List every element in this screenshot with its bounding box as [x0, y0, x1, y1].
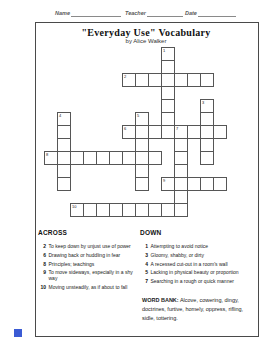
grid-cell[interactable]: 9: [161, 177, 175, 191]
grid-cell[interactable]: [135, 73, 149, 87]
grid-cell[interactable]: [174, 138, 188, 152]
clue-item-number: 1: [140, 244, 148, 249]
clue-item-text: Gloomy, shabby, or dirty: [151, 253, 204, 258]
clue-item: 9To move sideways, especially in a shy w…: [38, 270, 138, 281]
grid-cell[interactable]: [174, 164, 188, 178]
clue-item-number: 7: [140, 279, 148, 284]
worksheet-page: { "game": "crossword", "header": { "name…: [0, 0, 270, 350]
grid-cell[interactable]: [135, 138, 149, 152]
crossword-grid: 12345678910: [44, 47, 226, 216]
grid-cell[interactable]: [148, 203, 162, 217]
grid-cell[interactable]: [109, 151, 123, 165]
grid-cell[interactable]: [96, 151, 110, 165]
clue-item: 7Searching in a rough or quick manner: [140, 279, 256, 284]
clue-number: 2: [124, 74, 126, 79]
grid-cell[interactable]: [213, 177, 227, 191]
clue-item: 10Moving unsteadily, as if about to fall: [38, 285, 138, 290]
grid-cell[interactable]: [148, 73, 162, 87]
clue-item-text: A recessed cut-out in a room's wall: [151, 262, 228, 267]
grid-cell[interactable]: [135, 151, 149, 165]
clue-number: 4: [59, 113, 61, 118]
grid-cell[interactable]: [200, 177, 214, 191]
clue-item-number: 3: [140, 253, 148, 258]
grid-cell[interactable]: [187, 73, 201, 87]
grid-cell[interactable]: [57, 177, 71, 191]
grid-cell[interactable]: 10: [70, 203, 84, 217]
name-blank: Name: [55, 10, 121, 17]
grid-cell[interactable]: [135, 125, 149, 139]
date-blank: Date: [185, 10, 236, 17]
grid-cell[interactable]: [161, 125, 175, 139]
grid-cell[interactable]: [200, 138, 214, 152]
grid-cell[interactable]: [161, 203, 175, 217]
word-bank: WORD BANK: Alcove, cowering, dingy, doct…: [142, 296, 254, 323]
grid-cell[interactable]: [57, 164, 71, 178]
clue-number: 9: [163, 178, 165, 183]
teacher-label: Teacher: [125, 10, 146, 17]
grid-cell[interactable]: [200, 112, 214, 126]
grid-cell[interactable]: [200, 151, 214, 165]
clue-item: 1Attempting to avoid notice: [140, 244, 256, 249]
across-clue-list: 2To keep down by unjust use of power6Dra…: [38, 244, 138, 290]
clue-item: 2To keep down by unjust use of power: [38, 244, 138, 249]
clue-item-number: 2: [38, 244, 46, 249]
grid-cell[interactable]: [187, 125, 201, 139]
grid-cell[interactable]: [174, 190, 188, 204]
grid-cell[interactable]: [187, 177, 201, 191]
clue-item-text: Searching in a rough or quick manner: [151, 279, 234, 284]
grid-cell[interactable]: [148, 151, 162, 165]
clue-number: 1: [163, 48, 165, 53]
clue-item-number: 9: [38, 270, 46, 281]
grid-cell[interactable]: 1: [161, 47, 175, 61]
clue-item-text: Attempting to avoid notice: [151, 244, 209, 249]
grid-cell[interactable]: [174, 73, 188, 87]
clue-item-text: To move sideways, especially in a shy wa…: [49, 270, 139, 281]
grid-cell[interactable]: [70, 151, 84, 165]
down-clue-list: 1Attempting to avoid notice3Gloomy, shab…: [140, 244, 256, 285]
clue-item: 6Drawing back or huddling in fear: [38, 253, 138, 258]
grid-cell[interactable]: [122, 203, 136, 217]
clue-item: 4A recessed cut-out in a room's wall: [140, 262, 256, 267]
grid-cell[interactable]: [57, 125, 71, 139]
grid-cell[interactable]: [135, 203, 149, 217]
grid-cell[interactable]: [122, 151, 136, 165]
name-line[interactable]: [71, 10, 121, 17]
grid-cell[interactable]: [161, 73, 175, 87]
page-subtitle: by Alice Walker: [35, 38, 257, 44]
grid-cell[interactable]: [174, 151, 188, 165]
clue-number: 8: [46, 152, 48, 157]
clue-item-text: Lacking in physical beauty or proportion: [151, 270, 239, 275]
clue-number: 3: [202, 100, 204, 105]
down-header: DOWN: [140, 229, 256, 236]
grid-cell[interactable]: [148, 125, 162, 139]
clue-item-number: 6: [38, 253, 46, 258]
clue-item-number: 8: [38, 262, 46, 267]
teacher-line[interactable]: [147, 10, 183, 17]
grid-cell[interactable]: 8: [44, 151, 58, 165]
grid-cell[interactable]: 5: [135, 112, 149, 126]
grid-cell[interactable]: [83, 151, 97, 165]
clue-item: 8Principles; teachings: [38, 262, 138, 267]
clue-item-text: Principles; teachings: [49, 262, 95, 267]
grid-cell[interactable]: [135, 177, 149, 191]
clue-number: 5: [137, 113, 139, 118]
clue-number: 6: [124, 126, 126, 131]
name-label: Name: [55, 10, 70, 17]
grid-cell[interactable]: 2: [122, 73, 136, 87]
clue-item-number: 5: [140, 270, 148, 275]
clue-number: 7: [176, 126, 178, 131]
clue-item-text: Moving unsteadily, as if about to fall: [49, 285, 128, 290]
clue-item-text: To keep down by unjust use of power: [49, 244, 131, 249]
date-line[interactable]: [198, 10, 236, 17]
clue-item: 5Lacking in physical beauty or proportio…: [140, 270, 256, 275]
down-section: DOWN 1Attempting to avoid notice3Gloomy,…: [140, 229, 256, 288]
grid-cell[interactable]: 4: [57, 112, 71, 126]
grid-cell[interactable]: [174, 203, 188, 217]
clue-item-number: 10: [38, 285, 46, 290]
grid-cell[interactable]: [161, 86, 175, 100]
grid-cell[interactable]: [200, 125, 214, 139]
teacher-blank: Teacher: [125, 10, 183, 17]
across-header: ACROSS: [38, 229, 138, 236]
date-label: Date: [185, 10, 197, 17]
grid-cell[interactable]: [200, 73, 214, 87]
clue-item: 3Gloomy, shabby, or dirty: [140, 253, 256, 258]
grid-cell[interactable]: [96, 203, 110, 217]
grid-cell[interactable]: 7: [174, 125, 188, 139]
grid-cell[interactable]: [161, 99, 175, 113]
grid-cell[interactable]: [57, 138, 71, 152]
page-title: "Everyday Use" Vocabulary: [35, 27, 257, 38]
grid-cell[interactable]: [174, 177, 188, 191]
grid-cell[interactable]: [57, 151, 71, 165]
header-blanks: Name Teacher Date: [0, 10, 270, 22]
grid-cell[interactable]: [161, 112, 175, 126]
clue-number: 10: [72, 204, 76, 209]
clue-item-number: 4: [140, 262, 148, 267]
grid-cell[interactable]: [135, 164, 149, 178]
grid-cell[interactable]: 6: [122, 125, 136, 139]
word-bank-label: WORD BANK:: [142, 297, 179, 303]
grid-cell[interactable]: 3: [200, 99, 214, 113]
grid-cell[interactable]: [213, 125, 227, 139]
across-section: ACROSS 2To keep down by unjust use of po…: [38, 229, 138, 293]
clue-item-text: Drawing back or huddling in fear: [49, 253, 121, 258]
grid-cell[interactable]: [83, 203, 97, 217]
grid-cell[interactable]: [161, 60, 175, 74]
corner-mark: [14, 329, 22, 337]
grid-cell[interactable]: [109, 203, 123, 217]
